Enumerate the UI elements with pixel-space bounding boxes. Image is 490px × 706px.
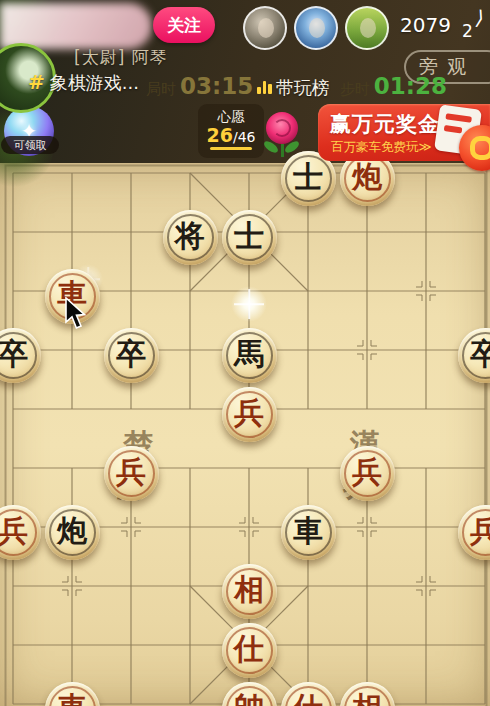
piece-glyph: 兵	[116, 457, 146, 487]
piece-glyph: 卒	[0, 339, 28, 369]
piece-glyph: 相	[234, 575, 264, 605]
viewer-avatar[interactable]	[345, 6, 389, 50]
piece-red-兵[interactable]: 兵	[104, 446, 159, 501]
piece-red-帥[interactable]: 帥	[222, 682, 277, 706]
follow-button[interactable]: 关注	[153, 7, 215, 43]
piece-glyph: 士	[234, 221, 264, 251]
wish-total: /46	[233, 130, 256, 144]
piece-black-炮[interactable]: 炮	[45, 505, 100, 560]
piece-glyph: 帥	[234, 693, 264, 706]
piece-glyph: 兵	[234, 398, 264, 428]
piece-black-卒[interactable]: 卒	[104, 328, 159, 383]
hash-icon: #	[28, 70, 45, 94]
piece-glyph: 卒	[470, 339, 490, 369]
piece-red-車[interactable]: 車	[45, 682, 100, 706]
xiangqi-board: 楚河 漢界 士炮将士車卒卒馬卒兵兵兵兵炮車兵相仕車帥仕相	[0, 163, 490, 706]
streamer-name: [太尉] 阿琴	[74, 46, 168, 69]
banner-title: 赢万元奖金	[330, 110, 440, 138]
piece-glyph: 車	[57, 693, 87, 706]
piece-red-仕[interactable]: 仕	[281, 682, 336, 706]
piece-glyph: 車	[293, 516, 323, 546]
piece-black-将[interactable]: 将	[163, 210, 218, 265]
prize-banner[interactable]: 赢万元奖金 百万豪车免费玩≫	[318, 104, 490, 161]
viewer-count: 2079	[400, 13, 451, 37]
corner-count: 2	[462, 21, 473, 41]
piece-black-馬[interactable]: 馬	[222, 328, 277, 383]
piece-glyph: 馬	[234, 339, 264, 369]
piece-red-相[interactable]: 相	[222, 564, 277, 619]
topic-text: 象棋游戏...	[50, 71, 139, 95]
wish-progress-box[interactable]: 心愿 26 /46	[198, 104, 264, 158]
game-time-label: 局时	[146, 80, 176, 99]
move-time-value: 01:28	[374, 73, 447, 99]
piece-glyph: 炮	[352, 162, 382, 192]
piece-glyph: 炮	[57, 516, 87, 546]
piece-glyph: 兵	[352, 457, 382, 487]
piece-red-兵[interactable]: 兵	[340, 446, 395, 501]
claimable-badge: 可领取	[1, 136, 59, 154]
piece-red-兵[interactable]: 兵	[0, 505, 41, 560]
live-stream-xiangqi-app: { "game": "xiangqi", "position": "5aC2/3…	[0, 0, 490, 706]
wish-value: 26 /46	[207, 126, 256, 145]
chart-bars-icon	[257, 81, 272, 94]
rose-icon	[262, 110, 302, 158]
piece-black-士[interactable]: 士	[222, 210, 277, 265]
stream-header: 关注 2079 ⟩ 2 [太尉] 阿琴 # 象棋游戏... 局时 03:15 带…	[0, 0, 490, 165]
piece-glyph: 士	[293, 162, 323, 192]
piece-glyph: 仕	[293, 693, 323, 706]
piece-red-兵[interactable]: 兵	[222, 387, 277, 442]
play-rank-label[interactable]: 带玩榜	[276, 76, 330, 100]
viewer-avatar[interactable]	[294, 6, 338, 50]
banner-subtitle: 百万豪车免费玩≫	[331, 139, 432, 156]
piece-red-相[interactable]: 相	[340, 682, 395, 706]
wish-current: 26	[207, 126, 233, 145]
piece-glyph: 仕	[234, 634, 264, 664]
timers-row: 局时 03:15 带玩榜 步时 01:28	[146, 73, 447, 100]
piece-glyph: 卒	[116, 339, 146, 369]
cursor-icon	[65, 297, 89, 331]
piece-black-卒[interactable]: 卒	[458, 328, 490, 383]
piece-glyph: 兵	[0, 516, 28, 546]
piece-glyph: 将	[175, 221, 205, 251]
piece-grid: 士炮将士車卒卒馬卒兵兵兵兵炮車兵相仕車帥仕相	[0, 144, 490, 706]
chevron-icon: ⟩	[473, 5, 486, 30]
move-time-label: 步时	[340, 80, 370, 99]
piece-glyph: 兵	[470, 516, 490, 546]
piece-red-仕[interactable]: 仕	[222, 623, 277, 678]
topic-hashtag[interactable]: # 象棋游戏...	[28, 70, 139, 95]
viewer-avatar[interactable]	[243, 6, 287, 50]
piece-red-兵[interactable]: 兵	[458, 505, 490, 560]
game-time-value: 03:15	[180, 73, 253, 99]
piece-glyph: 相	[352, 693, 382, 706]
wish-underline	[210, 147, 252, 150]
piece-black-卒[interactable]: 卒	[0, 328, 41, 383]
piece-black-車[interactable]: 車	[281, 505, 336, 560]
